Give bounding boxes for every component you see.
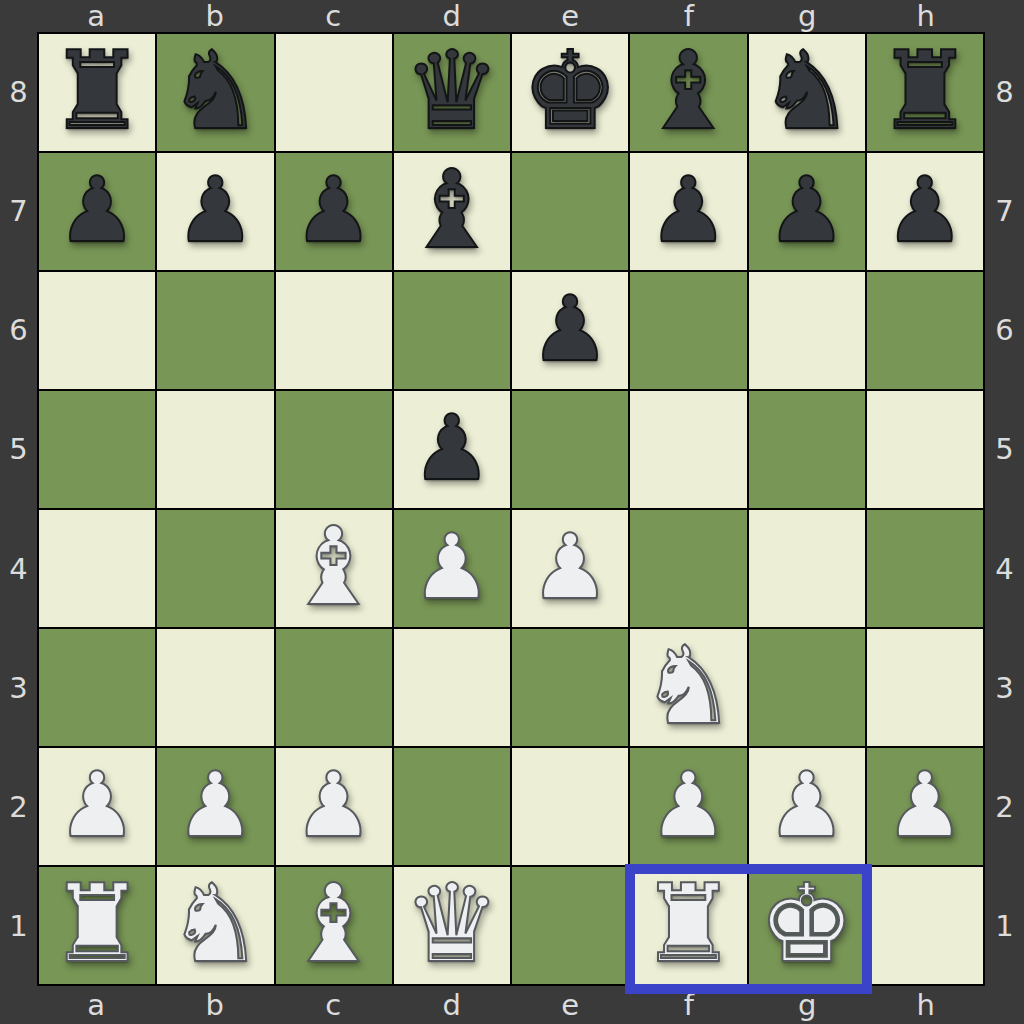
rank-label-left-5: 5 [0, 390, 37, 509]
square-g2[interactable]: ♟ [749, 748, 865, 865]
white-pawn-e4[interactable]: ♟ [530, 522, 611, 612]
square-d5[interactable]: ♟ [394, 391, 510, 508]
file-labels-bottom: abcdefgh [37, 986, 985, 1024]
rank-label-left-1: 1 [0, 867, 37, 986]
file-label-bottom-f: f [630, 986, 749, 1024]
square-d2[interactable] [394, 748, 510, 865]
square-f8[interactable]: ♝ [630, 34, 746, 151]
rank-label-right-4: 4 [985, 509, 1024, 628]
square-f2[interactable]: ♟ [630, 748, 746, 865]
black-king-e8[interactable]: ♚ [522, 37, 619, 145]
white-pawn-f2[interactable]: ♟ [648, 760, 729, 850]
white-queen-d1[interactable]: ♛ [403, 870, 500, 978]
file-label-top-c: c [274, 0, 393, 32]
white-pawn-d4[interactable]: ♟ [412, 522, 493, 612]
square-c1[interactable]: ♝ [276, 867, 392, 984]
rank-labels-left: 87654321 [0, 32, 37, 986]
white-bishop-c4[interactable]: ♝ [285, 513, 382, 621]
square-h4[interactable] [867, 510, 983, 627]
file-label-bottom-e: e [511, 986, 630, 1024]
square-b7[interactable]: ♟ [157, 153, 273, 270]
square-b1[interactable]: ♞ [157, 867, 273, 984]
rank-label-left-8: 8 [0, 32, 37, 151]
black-bishop-d7[interactable]: ♝ [403, 156, 500, 264]
square-e8[interactable]: ♚ [512, 34, 628, 151]
rank-label-right-3: 3 [985, 628, 1024, 747]
white-knight-f3[interactable]: ♞ [640, 632, 737, 740]
square-c7[interactable]: ♟ [276, 153, 392, 270]
square-a3[interactable] [39, 629, 155, 746]
square-a4[interactable] [39, 510, 155, 627]
file-label-bottom-a: a [37, 986, 156, 1024]
black-pawn-e6[interactable]: ♟ [530, 284, 611, 374]
black-pawn-a7[interactable]: ♟ [57, 165, 138, 255]
black-bishop-f8[interactable]: ♝ [640, 37, 737, 145]
white-pawn-h2[interactable]: ♟ [885, 760, 966, 850]
square-c5[interactable] [276, 391, 392, 508]
square-f6[interactable] [630, 272, 746, 389]
square-f5[interactable] [630, 391, 746, 508]
board-area: ♜♞♛♚♝♞♜♟♟♟♝♟♟♟♟♟♝♟♟♞♟♟♟♟♟♟♜♞♝♛♜♚ [37, 32, 985, 986]
board-frame: abcdefgh abcdefgh 87654321 87654321 ♜♞♛♚… [0, 0, 1024, 1024]
square-g4[interactable] [749, 510, 865, 627]
square-b2[interactable]: ♟ [157, 748, 273, 865]
square-b3[interactable] [157, 629, 273, 746]
square-b5[interactable] [157, 391, 273, 508]
black-pawn-f7[interactable]: ♟ [648, 165, 729, 255]
file-label-bottom-h: h [867, 986, 986, 1024]
square-a7[interactable]: ♟ [39, 153, 155, 270]
white-rook-f1[interactable]: ♜ [640, 870, 737, 978]
rank-label-right-6: 6 [985, 271, 1024, 390]
square-a8[interactable]: ♜ [39, 34, 155, 151]
rank-label-left-7: 7 [0, 151, 37, 270]
square-h6[interactable] [867, 272, 983, 389]
black-queen-d8[interactable]: ♛ [403, 37, 500, 145]
square-g8[interactable]: ♞ [749, 34, 865, 151]
square-e6[interactable]: ♟ [512, 272, 628, 389]
square-d4[interactable]: ♟ [394, 510, 510, 627]
square-f4[interactable] [630, 510, 746, 627]
black-pawn-h7[interactable]: ♟ [885, 165, 966, 255]
square-d1[interactable]: ♛ [394, 867, 510, 984]
file-label-bottom-g: g [748, 986, 867, 1024]
black-rook-h8[interactable]: ♜ [876, 37, 973, 145]
square-g1[interactable]: ♚ [749, 867, 865, 984]
black-pawn-g7[interactable]: ♟ [766, 165, 847, 255]
square-a5[interactable] [39, 391, 155, 508]
white-king-g1[interactable]: ♚ [758, 870, 855, 978]
white-pawn-a2[interactable]: ♟ [57, 760, 138, 850]
square-a6[interactable] [39, 272, 155, 389]
square-g3[interactable] [749, 629, 865, 746]
square-d6[interactable] [394, 272, 510, 389]
square-c3[interactable] [276, 629, 392, 746]
square-b6[interactable] [157, 272, 273, 389]
rank-label-right-7: 7 [985, 151, 1024, 270]
square-c8[interactable] [276, 34, 392, 151]
square-g6[interactable] [749, 272, 865, 389]
file-label-bottom-b: b [156, 986, 275, 1024]
chess-board: ♜♞♛♚♝♞♜♟♟♟♝♟♟♟♟♟♝♟♟♞♟♟♟♟♟♟♜♞♝♛♜♚ [37, 32, 985, 986]
rank-label-left-2: 2 [0, 748, 37, 867]
white-pawn-b2[interactable]: ♟ [175, 760, 256, 850]
square-f3[interactable]: ♞ [630, 629, 746, 746]
square-e2[interactable] [512, 748, 628, 865]
square-h2[interactable]: ♟ [867, 748, 983, 865]
rank-label-right-1: 1 [985, 867, 1024, 986]
file-label-bottom-d: d [393, 986, 512, 1024]
white-pawn-g2[interactable]: ♟ [766, 760, 847, 850]
rank-label-left-3: 3 [0, 628, 37, 747]
black-knight-g8[interactable]: ♞ [758, 37, 855, 145]
white-bishop-c1[interactable]: ♝ [285, 870, 382, 978]
black-pawn-b7[interactable]: ♟ [175, 165, 256, 255]
square-e7[interactable] [512, 153, 628, 270]
square-h5[interactable] [867, 391, 983, 508]
square-g7[interactable]: ♟ [749, 153, 865, 270]
rank-label-left-4: 4 [0, 509, 37, 628]
rank-label-right-2: 2 [985, 748, 1024, 867]
square-h1[interactable] [867, 867, 983, 984]
square-c2[interactable]: ♟ [276, 748, 392, 865]
square-e1[interactable] [512, 867, 628, 984]
square-f1[interactable]: ♜ [630, 867, 746, 984]
black-rook-a8[interactable]: ♜ [49, 37, 146, 145]
rank-labels-right: 87654321 [985, 32, 1024, 986]
square-a2[interactable]: ♟ [39, 748, 155, 865]
square-d3[interactable] [394, 629, 510, 746]
square-b4[interactable] [157, 510, 273, 627]
black-pawn-c7[interactable]: ♟ [293, 165, 374, 255]
rank-label-right-8: 8 [985, 32, 1024, 151]
white-knight-b1[interactable]: ♞ [167, 870, 264, 978]
black-pawn-d5[interactable]: ♟ [412, 403, 493, 493]
square-h3[interactable] [867, 629, 983, 746]
white-pawn-c2[interactable]: ♟ [293, 760, 374, 850]
square-e3[interactable] [512, 629, 628, 746]
square-h7[interactable]: ♟ [867, 153, 983, 270]
square-c6[interactable] [276, 272, 392, 389]
file-label-bottom-c: c [274, 986, 393, 1024]
square-a1[interactable]: ♜ [39, 867, 155, 984]
black-knight-b8[interactable]: ♞ [167, 37, 264, 145]
square-g5[interactable] [749, 391, 865, 508]
square-e4[interactable]: ♟ [512, 510, 628, 627]
square-c4[interactable]: ♝ [276, 510, 392, 627]
square-e5[interactable] [512, 391, 628, 508]
square-b8[interactable]: ♞ [157, 34, 273, 151]
square-f7[interactable]: ♟ [630, 153, 746, 270]
square-h8[interactable]: ♜ [867, 34, 983, 151]
rank-label-left-6: 6 [0, 271, 37, 390]
white-rook-a1[interactable]: ♜ [49, 870, 146, 978]
square-d8[interactable]: ♛ [394, 34, 510, 151]
rank-label-right-5: 5 [985, 390, 1024, 509]
square-d7[interactable]: ♝ [394, 153, 510, 270]
